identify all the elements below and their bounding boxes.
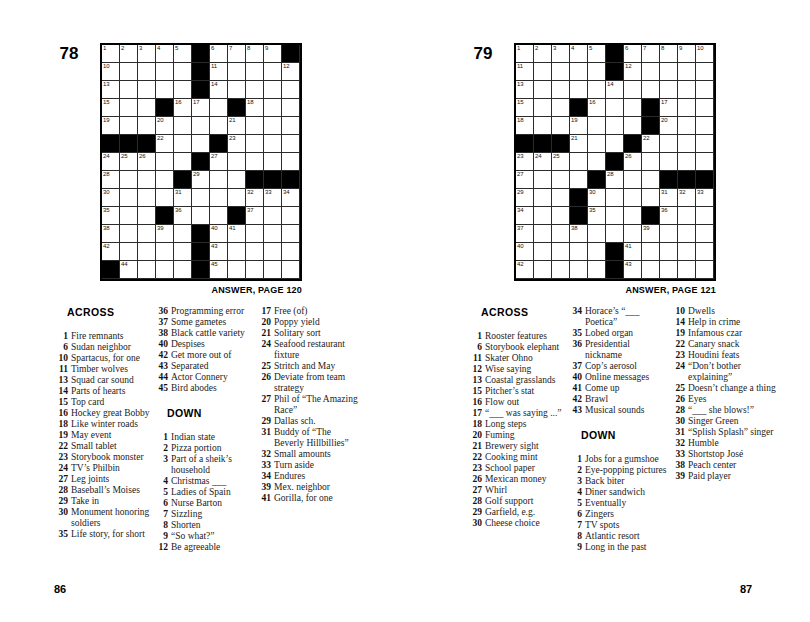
clue-number: 18 [55, 419, 68, 430]
grid-cell[interactable] [246, 117, 264, 135]
grid-cell[interactable]: 39 [156, 225, 174, 243]
grid-cell[interactable]: 41 [624, 243, 642, 261]
grid-cell[interactable] [570, 153, 588, 171]
grid-cell[interactable] [264, 81, 282, 99]
grid-cell[interactable] [156, 243, 174, 261]
grid-cell[interactable]: 24 [534, 153, 552, 171]
grid-cell[interactable]: 21 [228, 117, 246, 135]
grid-cell[interactable] [552, 207, 570, 225]
grid-cell[interactable]: 15 [102, 99, 120, 117]
grid-cell[interactable] [642, 189, 660, 207]
clue-number: 5 [155, 487, 168, 498]
grid-cell[interactable]: 26 [624, 153, 642, 171]
clue: 38Peach center [672, 460, 776, 471]
grid-cell[interactable] [264, 153, 282, 171]
grid-cell[interactable] [264, 63, 282, 81]
grid-cell[interactable] [228, 243, 246, 261]
clue: 40Despises [155, 339, 255, 350]
grid-cell[interactable]: 9 [678, 45, 696, 63]
grid-cell[interactable]: 8 [660, 45, 678, 63]
grid-cell[interactable] [282, 207, 300, 225]
grid-cell[interactable] [282, 81, 300, 99]
clue-text: Timber wolves [71, 364, 151, 375]
grid-cell[interactable] [588, 63, 606, 81]
grid-cell[interactable] [246, 243, 264, 261]
grid-cell[interactable]: 10 [696, 45, 714, 63]
grid-cell[interactable] [156, 153, 174, 171]
clue-text: Cooking mint [485, 452, 565, 463]
grid-cell[interactable]: 37 [246, 207, 264, 225]
grid-cell[interactable] [570, 243, 588, 261]
grid-cell[interactable] [678, 153, 696, 171]
clue-text: Online messages [585, 372, 669, 383]
clue-number: 21 [258, 328, 271, 339]
grid-cell[interactable] [156, 171, 174, 189]
grid-cell[interactable] [174, 243, 192, 261]
grid-cell[interactable] [660, 81, 678, 99]
grid-cell[interactable] [642, 153, 660, 171]
grid-cell[interactable] [210, 207, 228, 225]
grid-cell[interactable] [624, 225, 642, 243]
grid-cell[interactable]: 4 [156, 45, 174, 63]
grid-cell[interactable]: 9 [264, 45, 282, 63]
cell-number: 5 [589, 45, 592, 52]
grid-cell[interactable] [246, 153, 264, 171]
grid-cell[interactable]: 23 [516, 153, 534, 171]
grid-cell[interactable]: 44 [120, 261, 138, 279]
grid-cell[interactable]: 5 [174, 45, 192, 63]
grid-cell[interactable] [642, 81, 660, 99]
grid-cell[interactable] [264, 225, 282, 243]
grid-cell[interactable]: 22 [642, 135, 660, 153]
clue-number: 15 [469, 386, 482, 397]
grid-cell[interactable] [588, 117, 606, 135]
grid-cell[interactable]: 25 [120, 153, 138, 171]
grid-cell[interactable] [120, 225, 138, 243]
clue-text: Nurse Barton [171, 498, 255, 509]
grid-cell[interactable] [282, 153, 300, 171]
grid-cell[interactable]: 34 [516, 207, 534, 225]
grid-cell[interactable] [120, 189, 138, 207]
grid-cell[interactable] [660, 63, 678, 81]
clue-number: 22 [469, 452, 482, 463]
grid-cell[interactable]: 18 [516, 117, 534, 135]
grid-cell[interactable] [696, 243, 714, 261]
grid-cell[interactable] [138, 243, 156, 261]
grid-cell[interactable] [192, 189, 210, 207]
grid-cell[interactable] [624, 171, 642, 189]
black-cell [588, 171, 606, 189]
grid-cell[interactable] [534, 81, 552, 99]
grid-cell[interactable] [246, 135, 264, 153]
grid-cell[interactable] [264, 243, 282, 261]
grid-cell[interactable] [696, 153, 714, 171]
cell-number: 27 [211, 153, 217, 160]
clue-number: 4 [569, 487, 582, 498]
grid-cell[interactable] [642, 243, 660, 261]
grid-cell[interactable] [228, 261, 246, 279]
grid-cell[interactable]: 32 [678, 189, 696, 207]
grid-cell[interactable] [534, 189, 552, 207]
grid-cell[interactable]: 27 [210, 153, 228, 171]
clue-number: 28 [469, 496, 482, 507]
grid-cell[interactable]: 1 [516, 45, 534, 63]
grid-cell[interactable]: 36 [174, 207, 192, 225]
grid-cell[interactable] [246, 225, 264, 243]
grid-cell[interactable]: 7 [642, 45, 660, 63]
grid-cell[interactable] [138, 225, 156, 243]
grid-cell[interactable] [534, 117, 552, 135]
grid-cell[interactable]: 5 [588, 45, 606, 63]
grid-cell[interactable]: 3 [138, 45, 156, 63]
grid-cell[interactable]: 6 [210, 45, 228, 63]
grid-cell[interactable]: 19 [570, 117, 588, 135]
grid-cell[interactable] [120, 81, 138, 99]
grid-cell[interactable] [552, 261, 570, 279]
grid-cell[interactable]: 41 [228, 225, 246, 243]
grid-cell[interactable] [696, 81, 714, 99]
grid-cell[interactable] [552, 99, 570, 117]
grid-cell[interactable] [174, 261, 192, 279]
grid-cell[interactable]: 11 [516, 63, 534, 81]
cell-number: 26 [139, 153, 145, 160]
across-header: ACROSS [67, 306, 151, 319]
grid-cell[interactable] [588, 153, 606, 171]
grid-cell[interactable] [228, 171, 246, 189]
grid-cell[interactable] [606, 135, 624, 153]
grid-cell[interactable]: 2 [120, 45, 138, 63]
grid-cell[interactable]: 4 [570, 45, 588, 63]
grid-cell[interactable] [246, 63, 264, 81]
grid-cell[interactable]: 28 [102, 171, 120, 189]
cell-number: 25 [553, 153, 559, 160]
grid-cell[interactable] [156, 189, 174, 207]
grid-cell[interactable] [210, 117, 228, 135]
grid-cell[interactable]: 27 [516, 171, 534, 189]
grid-cell[interactable]: 33 [264, 189, 282, 207]
grid-cell[interactable] [678, 243, 696, 261]
cell-number: 28 [607, 171, 613, 178]
cell-number: 8 [247, 45, 250, 52]
grid-cell[interactable]: 20 [156, 117, 174, 135]
grid-cell[interactable] [264, 207, 282, 225]
grid-cell[interactable]: 25 [552, 153, 570, 171]
grid-cell[interactable]: 43 [624, 261, 642, 279]
cell-number: 2 [535, 45, 538, 52]
clue-number: 38 [155, 328, 168, 339]
grid-cell[interactable] [624, 81, 642, 99]
grid-cell[interactable] [174, 225, 192, 243]
grid-cell[interactable] [120, 207, 138, 225]
grid-cell[interactable] [678, 135, 696, 153]
clue: 29Dallas sch. [258, 416, 362, 427]
grid-cell[interactable]: 35 [588, 207, 606, 225]
grid-cell[interactable]: 30 [102, 189, 120, 207]
clue: 41Come up [569, 383, 669, 394]
grid-cell[interactable] [138, 99, 156, 117]
grid-cell[interactable]: 12 [624, 63, 642, 81]
grid-cell[interactable] [624, 189, 642, 207]
grid-cell[interactable]: 24 [102, 153, 120, 171]
grid-cell[interactable]: 38 [570, 225, 588, 243]
grid-cell[interactable]: 34 [282, 189, 300, 207]
clue-text: Seafood restaurant fixture [274, 339, 362, 361]
grid-cell[interactable] [606, 99, 624, 117]
grid-cell[interactable]: 6 [624, 45, 642, 63]
grid-cell[interactable]: 11 [210, 63, 228, 81]
clue: 36Programming error [155, 306, 255, 317]
grid-cell[interactable] [552, 189, 570, 207]
grid-cell[interactable] [696, 207, 714, 225]
grid-cell[interactable] [660, 153, 678, 171]
grid-cell[interactable]: 14 [210, 81, 228, 99]
grid-cell[interactable] [606, 207, 624, 225]
grid-cell[interactable] [534, 243, 552, 261]
grid-cell[interactable] [534, 261, 552, 279]
grid-cell[interactable] [282, 99, 300, 117]
black-cell [120, 135, 138, 153]
grid-cell[interactable] [282, 117, 300, 135]
grid-cell[interactable] [228, 189, 246, 207]
grid-cell[interactable]: 37 [516, 225, 534, 243]
grid-cell[interactable]: 17 [192, 99, 210, 117]
cell-number: 17 [193, 99, 199, 106]
grid-cell[interactable] [138, 171, 156, 189]
grid-cell[interactable] [606, 225, 624, 243]
grid-cell[interactable] [696, 225, 714, 243]
grid-cell[interactable]: 7 [228, 45, 246, 63]
grid-cell[interactable] [138, 81, 156, 99]
grid-cell[interactable] [282, 261, 300, 279]
grid-cell[interactable] [210, 189, 228, 207]
grid-cell[interactable] [264, 261, 282, 279]
clue-text: Squad car sound [71, 375, 151, 386]
grid-cell[interactable] [138, 117, 156, 135]
grid-cell[interactable] [138, 207, 156, 225]
grid-cell[interactable] [624, 207, 642, 225]
clue: 2Eye-popping pictures [569, 465, 669, 476]
grid-cell[interactable]: 42 [516, 261, 534, 279]
clue-text: Brawl [585, 394, 669, 405]
cell-number: 10 [697, 45, 703, 52]
grid-cell[interactable] [678, 99, 696, 117]
grid-cell[interactable] [282, 243, 300, 261]
grid-cell[interactable]: 16 [174, 99, 192, 117]
grid-cell[interactable] [642, 63, 660, 81]
grid-cell[interactable] [174, 117, 192, 135]
grid-cell[interactable]: 23 [228, 135, 246, 153]
grid-cell[interactable] [696, 99, 714, 117]
grid-cell[interactable] [264, 135, 282, 153]
grid-cell[interactable]: 2 [534, 45, 552, 63]
grid-cell[interactable] [192, 135, 210, 153]
grid-cell[interactable] [228, 153, 246, 171]
grid-cell[interactable] [138, 189, 156, 207]
grid-cell[interactable] [534, 63, 552, 81]
grid-cell[interactable]: 43 [210, 243, 228, 261]
grid-cell[interactable] [534, 207, 552, 225]
grid-cell[interactable] [552, 225, 570, 243]
grid-cell[interactable] [642, 171, 660, 189]
cell-number: 39 [157, 225, 163, 232]
grid-cell[interactable] [120, 117, 138, 135]
across-clues-part2: 34Horace’s “___ Poetica”35Lobed organ36P… [569, 306, 669, 416]
clue: 9“So what?” [155, 531, 255, 542]
grid-cell[interactable] [552, 171, 570, 189]
grid-cell[interactable]: 19 [102, 117, 120, 135]
grid-cell[interactable]: 21 [570, 135, 588, 153]
grid-cell[interactable] [534, 171, 552, 189]
grid-cell[interactable] [210, 171, 228, 189]
grid-cell[interactable]: 35 [102, 207, 120, 225]
grid-cell[interactable] [156, 63, 174, 81]
down-header: DOWN [167, 407, 255, 420]
grid-cell[interactable] [138, 63, 156, 81]
grid-cell[interactable] [624, 99, 642, 117]
grid-cell[interactable]: 13 [102, 81, 120, 99]
grid-cell[interactable] [246, 261, 264, 279]
grid-cell[interactable]: 14 [606, 81, 624, 99]
grid-cell[interactable]: 33 [696, 189, 714, 207]
grid-cell[interactable] [210, 99, 228, 117]
clue-text: Musical sounds [585, 405, 669, 416]
grid-cell[interactable] [174, 135, 192, 153]
grid-cell[interactable] [534, 99, 552, 117]
grid-cell[interactable]: 36 [660, 207, 678, 225]
grid-cell[interactable] [588, 135, 606, 153]
grid-cell[interactable] [678, 63, 696, 81]
grid-cell[interactable]: 15 [516, 99, 534, 117]
grid-cell[interactable] [174, 63, 192, 81]
grid-cell[interactable]: 22 [156, 135, 174, 153]
clue-number: 1 [155, 432, 168, 443]
grid-cell[interactable] [138, 261, 156, 279]
grid-cell[interactable]: 31 [174, 189, 192, 207]
clue-text: Infamous czar [688, 328, 776, 339]
grid-cell[interactable]: 45 [210, 261, 228, 279]
grid-cell[interactable]: 12 [282, 63, 300, 81]
grid-cell[interactable]: 18 [246, 99, 264, 117]
grid-cell[interactable]: 40 [516, 243, 534, 261]
grid-cell[interactable]: 3 [552, 45, 570, 63]
grid-cell[interactable] [120, 243, 138, 261]
grid-cell[interactable] [174, 153, 192, 171]
grid-cell[interactable] [606, 189, 624, 207]
grid-cell[interactable]: 26 [138, 153, 156, 171]
grid-cell[interactable] [570, 261, 588, 279]
grid-cell[interactable]: 29 [516, 189, 534, 207]
clue-text: Pizza portion [171, 443, 255, 454]
grid-cell[interactable] [660, 261, 678, 279]
grid-cell[interactable] [156, 261, 174, 279]
grid-cell[interactable]: 13 [516, 81, 534, 99]
grid-cell[interactable]: 31 [660, 189, 678, 207]
grid-cell[interactable] [588, 225, 606, 243]
grid-cell[interactable] [120, 99, 138, 117]
across-clues-part2: 36Programming error37Some gametes38Black… [155, 306, 255, 394]
grid-cell[interactable] [534, 225, 552, 243]
grid-cell[interactable] [228, 63, 246, 81]
grid-cell[interactable] [660, 225, 678, 243]
grid-cell[interactable]: 32 [246, 189, 264, 207]
grid-cell[interactable]: 1 [102, 45, 120, 63]
grid-cell[interactable] [696, 117, 714, 135]
grid-cell[interactable] [282, 225, 300, 243]
grid-cell[interactable]: 30 [588, 189, 606, 207]
grid-cell[interactable]: 17 [660, 99, 678, 117]
grid-cell[interactable] [264, 117, 282, 135]
grid-cell[interactable] [120, 63, 138, 81]
grid-cell[interactable]: 28 [606, 171, 624, 189]
grid-cell[interactable] [156, 81, 174, 99]
grid-cell[interactable] [660, 135, 678, 153]
grid-cell[interactable] [570, 81, 588, 99]
cell-number: 37 [247, 207, 253, 214]
grid-cell[interactable]: 20 [660, 117, 678, 135]
grid-cell[interactable] [642, 261, 660, 279]
grid-cell[interactable]: 39 [642, 225, 660, 243]
grid-cell[interactable] [588, 243, 606, 261]
grid-cell[interactable] [678, 207, 696, 225]
grid-cell[interactable] [570, 171, 588, 189]
clue-number: 16 [55, 408, 68, 419]
grid-cell[interactable] [678, 261, 696, 279]
grid-cell[interactable] [696, 135, 714, 153]
grid-cell[interactable] [192, 207, 210, 225]
grid-cell[interactable] [552, 117, 570, 135]
clue-number: 41 [569, 383, 582, 394]
grid-cell[interactable] [678, 117, 696, 135]
cell-number: 30 [589, 189, 595, 196]
grid-cell[interactable]: 40 [210, 225, 228, 243]
grid-cell[interactable]: 8 [246, 45, 264, 63]
grid-cell[interactable] [552, 63, 570, 81]
grid-cell[interactable] [552, 81, 570, 99]
grid-cell[interactable] [552, 243, 570, 261]
grid-cell[interactable]: 38 [102, 225, 120, 243]
grid-cell[interactable] [588, 261, 606, 279]
cell-number: 29 [517, 189, 523, 196]
grid-cell[interactable]: 42 [102, 243, 120, 261]
clue-number: 39 [258, 482, 271, 493]
clue-number: 19 [672, 328, 685, 339]
grid-cell[interactable]: 16 [588, 99, 606, 117]
cell-number: 45 [211, 261, 217, 268]
grid-cell[interactable] [606, 117, 624, 135]
grid-cell[interactable] [174, 81, 192, 99]
grid-cell[interactable] [624, 117, 642, 135]
grid-cell[interactable]: 10 [102, 63, 120, 81]
cell-number: 30 [103, 189, 109, 196]
grid-cell[interactable] [246, 81, 264, 99]
grid-cell[interactable] [678, 81, 696, 99]
grid-cell[interactable] [678, 225, 696, 243]
grid-cell[interactable] [264, 99, 282, 117]
grid-cell[interactable] [282, 135, 300, 153]
grid-cell[interactable] [228, 81, 246, 99]
grid-cell[interactable] [192, 117, 210, 135]
grid-cell[interactable]: 29 [192, 171, 210, 189]
grid-cell[interactable] [660, 243, 678, 261]
clue: 28Baseball’s Moises [55, 485, 151, 496]
grid-cell[interactable] [696, 261, 714, 279]
grid-cell[interactable] [570, 63, 588, 81]
grid-cell[interactable] [120, 171, 138, 189]
cell-number: 23 [229, 135, 235, 142]
grid-cell[interactable] [588, 81, 606, 99]
cell-number: 20 [661, 117, 667, 124]
grid-cell[interactable] [696, 63, 714, 81]
